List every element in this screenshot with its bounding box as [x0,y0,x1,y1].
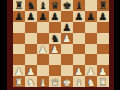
white-rook-icon[interactable]: ♜ [15,77,24,87]
black-king-icon[interactable]: ♚ [63,1,72,11]
square-b1[interactable]: ♞ [25,76,37,87]
square-f7[interactable]: ♟ [73,11,85,22]
square-c5[interactable] [37,33,49,44]
black-pawn-icon[interactable]: ♟ [27,12,36,22]
square-e1[interactable]: ♚ [61,76,73,87]
square-f8[interactable]: ♝ [73,0,85,11]
square-b3[interactable] [25,54,37,65]
square-c8[interactable]: ♝ [37,0,49,11]
square-g6[interactable] [85,22,97,33]
square-h2[interactable]: ♟ [97,65,109,76]
black-pawn-icon[interactable]: ♟ [75,12,84,22]
square-h8[interactable]: ♜ [97,0,109,11]
thumbnail-stage: ♜♞♝♛♚♝♜♟♟♟♟♟♟♟♟♞♟♟♟♟♟♟♟♟♜♞♝♛♚♝♞♜ [0,0,120,90]
white-bishop-icon[interactable]: ♝ [75,77,84,87]
square-f4[interactable] [73,44,85,55]
black-bishop-icon[interactable]: ♝ [75,1,84,11]
black-bishop-icon[interactable]: ♝ [39,1,48,11]
black-knight-icon[interactable]: ♞ [51,34,60,44]
black-queen-icon[interactable]: ♛ [51,1,60,11]
square-d2[interactable] [49,65,61,76]
white-king-icon[interactable]: ♚ [63,77,72,87]
board: ♜♞♝♛♚♝♜♟♟♟♟♟♟♟♟♞♟♟♟♟♟♟♟♟♜♞♝♛♚♝♞♜ [13,0,109,87]
square-g4[interactable] [85,44,97,55]
square-g7[interactable]: ♟ [85,11,97,22]
white-bishop-icon[interactable]: ♝ [39,77,48,87]
square-e6[interactable]: ♟ [61,22,73,33]
white-rook-icon[interactable]: ♜ [99,77,108,87]
square-d7[interactable]: ♟ [49,11,61,22]
square-h3[interactable] [97,54,109,65]
square-c4[interactable]: ♟ [37,44,49,55]
square-h5[interactable] [97,33,109,44]
white-pawn-icon[interactable]: ♟ [63,34,72,44]
black-pawn-icon[interactable]: ♟ [15,12,24,22]
square-e4[interactable] [61,44,73,55]
black-pawn-icon[interactable]: ♟ [39,12,48,22]
square-b5[interactable] [25,33,37,44]
square-g3[interactable] [85,54,97,65]
square-a6[interactable] [13,22,25,33]
square-c2[interactable] [37,65,49,76]
square-c1[interactable]: ♝ [37,76,49,87]
square-b2[interactable]: ♟ [25,65,37,76]
square-g1[interactable]: ♞ [85,76,97,87]
square-b8[interactable]: ♞ [25,0,37,11]
white-pawn-icon[interactable]: ♟ [99,66,108,76]
square-d5[interactable]: ♞ [49,33,61,44]
white-knight-icon[interactable]: ♞ [27,77,36,87]
square-e3[interactable] [61,54,73,65]
square-c7[interactable]: ♟ [37,11,49,22]
square-a4[interactable] [13,44,25,55]
white-pawn-icon[interactable]: ♟ [39,44,48,54]
square-d3[interactable] [49,54,61,65]
black-pawn-icon[interactable]: ♟ [87,12,96,22]
square-h7[interactable]: ♟ [97,11,109,22]
white-knight-icon[interactable]: ♞ [87,77,96,87]
square-b6[interactable] [25,22,37,33]
square-a7[interactable]: ♟ [13,11,25,22]
black-rook-icon[interactable]: ♜ [99,1,108,11]
square-h1[interactable]: ♜ [97,76,109,87]
square-h4[interactable] [97,44,109,55]
square-d6[interactable] [49,22,61,33]
square-e8[interactable]: ♚ [61,0,73,11]
square-e2[interactable] [61,65,73,76]
square-a3[interactable] [13,54,25,65]
square-f3[interactable] [73,54,85,65]
square-a2[interactable]: ♟ [13,65,25,76]
square-f6[interactable] [73,22,85,33]
white-pawn-icon[interactable]: ♟ [75,66,84,76]
square-c6[interactable] [37,22,49,33]
black-pawn-icon[interactable]: ♟ [63,23,72,33]
square-h6[interactable] [97,22,109,33]
square-a1[interactable]: ♜ [13,76,25,87]
black-pawn-icon[interactable]: ♟ [99,12,108,22]
white-pawn-icon[interactable]: ♟ [27,66,36,76]
square-f5[interactable] [73,33,85,44]
black-knight-icon[interactable]: ♞ [27,1,36,11]
square-c3[interactable] [37,54,49,65]
square-b4[interactable] [25,44,37,55]
square-f2[interactable]: ♟ [73,65,85,76]
square-d4[interactable]: ♟ [49,44,61,55]
black-pawn-icon[interactable]: ♟ [51,12,60,22]
square-g5[interactable] [85,33,97,44]
square-g2[interactable]: ♟ [85,65,97,76]
square-a8[interactable]: ♜ [13,0,25,11]
square-e5[interactable]: ♟ [61,33,73,44]
white-queen-icon[interactable]: ♛ [51,77,60,87]
square-g8[interactable] [85,0,97,11]
square-d8[interactable]: ♛ [49,0,61,11]
square-f1[interactable]: ♝ [73,76,85,87]
white-pawn-icon[interactable]: ♟ [87,66,96,76]
square-b7[interactable]: ♟ [25,11,37,22]
square-a5[interactable] [13,33,25,44]
white-pawn-icon[interactable]: ♟ [51,44,60,54]
square-d1[interactable]: ♛ [49,76,61,87]
black-rook-icon[interactable]: ♜ [15,1,24,11]
white-pawn-icon[interactable]: ♟ [15,66,24,76]
square-e7[interactable] [61,11,73,22]
